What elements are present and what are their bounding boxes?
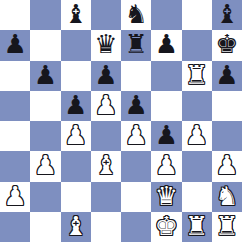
piece-white-pawn[interactable]: ♟ — [155, 152, 178, 178]
square-e6[interactable] — [121, 61, 151, 91]
square-a1[interactable] — [0, 212, 30, 242]
square-e3[interactable] — [121, 151, 151, 181]
square-c1[interactable]: ♝ — [61, 212, 91, 242]
square-d3[interactable]: ♝ — [91, 151, 121, 181]
piece-white-pawn[interactable]: ♟ — [64, 122, 87, 148]
piece-white-pawn[interactable]: ♟ — [215, 152, 238, 178]
square-a5[interactable] — [0, 91, 30, 121]
square-a7[interactable]: ♟ — [0, 30, 30, 60]
piece-black-pawn[interactable]: ♟ — [3, 31, 26, 57]
square-g8[interactable] — [182, 0, 212, 30]
square-h6[interactable]: ♟ — [212, 61, 242, 91]
chess-board: ♝♞♝♟♛♜♟♚♟♟♜♟♟♟♟♟♟♟♟♟♝♟♟♟♛♞♝♚♜♜ — [0, 0, 242, 242]
square-a4[interactable] — [0, 121, 30, 151]
square-c6[interactable] — [61, 61, 91, 91]
piece-black-pawn[interactable]: ♟ — [94, 62, 117, 88]
square-e1[interactable] — [121, 212, 151, 242]
square-a2[interactable]: ♟ — [0, 182, 30, 212]
piece-white-pawn[interactable]: ♟ — [124, 122, 147, 148]
square-f6[interactable] — [151, 61, 181, 91]
square-b4[interactable] — [30, 121, 60, 151]
square-b5[interactable] — [30, 91, 60, 121]
square-g6[interactable]: ♜ — [182, 61, 212, 91]
square-c3[interactable] — [61, 151, 91, 181]
square-g3[interactable] — [182, 151, 212, 181]
square-c5[interactable]: ♟ — [61, 91, 91, 121]
square-b1[interactable] — [30, 212, 60, 242]
square-c2[interactable] — [61, 182, 91, 212]
square-b2[interactable] — [30, 182, 60, 212]
piece-black-king[interactable]: ♚ — [215, 31, 238, 57]
square-c4[interactable]: ♟ — [61, 121, 91, 151]
square-d4[interactable] — [91, 121, 121, 151]
square-h3[interactable]: ♟ — [212, 151, 242, 181]
piece-black-pawn[interactable]: ♟ — [155, 31, 178, 57]
piece-white-bishop[interactable]: ♝ — [64, 213, 87, 239]
square-h8[interactable]: ♝ — [212, 0, 242, 30]
square-g1[interactable]: ♜ — [182, 212, 212, 242]
piece-black-pawn[interactable]: ♟ — [34, 62, 57, 88]
square-c8[interactable]: ♝ — [61, 0, 91, 30]
square-a3[interactable] — [0, 151, 30, 181]
square-f7[interactable]: ♟ — [151, 30, 181, 60]
square-g4[interactable]: ♟ — [182, 121, 212, 151]
square-g7[interactable] — [182, 30, 212, 60]
piece-black-rook[interactable]: ♜ — [124, 31, 147, 57]
square-f5[interactable] — [151, 91, 181, 121]
piece-black-knight[interactable]: ♞ — [124, 1, 147, 27]
square-e8[interactable]: ♞ — [121, 0, 151, 30]
piece-white-bishop[interactable]: ♝ — [94, 152, 117, 178]
piece-white-pawn[interactable]: ♟ — [3, 183, 26, 209]
square-f2[interactable]: ♛ — [151, 182, 181, 212]
square-e7[interactable]: ♜ — [121, 30, 151, 60]
square-b8[interactable] — [30, 0, 60, 30]
square-f3[interactable]: ♟ — [151, 151, 181, 181]
square-h2[interactable]: ♞ — [212, 182, 242, 212]
piece-black-pawn[interactable]: ♟ — [124, 92, 147, 118]
square-e2[interactable] — [121, 182, 151, 212]
piece-white-king[interactable]: ♚ — [155, 213, 178, 239]
square-f1[interactable]: ♚ — [151, 212, 181, 242]
square-h7[interactable]: ♚ — [212, 30, 242, 60]
square-g5[interactable] — [182, 91, 212, 121]
square-h4[interactable] — [212, 121, 242, 151]
piece-white-rook[interactable]: ♜ — [215, 213, 238, 239]
square-h1[interactable]: ♜ — [212, 212, 242, 242]
piece-black-pawn[interactable]: ♟ — [64, 92, 87, 118]
square-b7[interactable] — [30, 30, 60, 60]
square-a6[interactable] — [0, 61, 30, 91]
piece-black-pawn[interactable]: ♟ — [155, 122, 178, 148]
piece-white-pawn[interactable]: ♟ — [185, 122, 208, 148]
piece-white-rook[interactable]: ♜ — [185, 62, 208, 88]
square-b6[interactable]: ♟ — [30, 61, 60, 91]
square-d8[interactable] — [91, 0, 121, 30]
square-f8[interactable] — [151, 0, 181, 30]
piece-black-queen[interactable]: ♛ — [94, 31, 117, 57]
piece-black-pawn[interactable]: ♟ — [215, 62, 238, 88]
square-d2[interactable] — [91, 182, 121, 212]
square-b3[interactable]: ♟ — [30, 151, 60, 181]
square-c7[interactable] — [61, 30, 91, 60]
piece-white-knight[interactable]: ♞ — [215, 183, 238, 209]
square-d5[interactable]: ♟ — [91, 91, 121, 121]
piece-white-rook[interactable]: ♜ — [185, 213, 208, 239]
piece-black-bishop[interactable]: ♝ — [64, 1, 87, 27]
square-d6[interactable]: ♟ — [91, 61, 121, 91]
square-f4[interactable]: ♟ — [151, 121, 181, 151]
square-e4[interactable]: ♟ — [121, 121, 151, 151]
piece-white-queen[interactable]: ♛ — [155, 183, 178, 209]
piece-white-pawn[interactable]: ♟ — [34, 152, 57, 178]
piece-white-pawn[interactable]: ♟ — [94, 92, 117, 118]
square-a8[interactable] — [0, 0, 30, 30]
square-d7[interactable]: ♛ — [91, 30, 121, 60]
square-g2[interactable] — [182, 182, 212, 212]
piece-black-bishop[interactable]: ♝ — [215, 1, 238, 27]
square-d1[interactable] — [91, 212, 121, 242]
square-e5[interactable]: ♟ — [121, 91, 151, 121]
square-h5[interactable] — [212, 91, 242, 121]
